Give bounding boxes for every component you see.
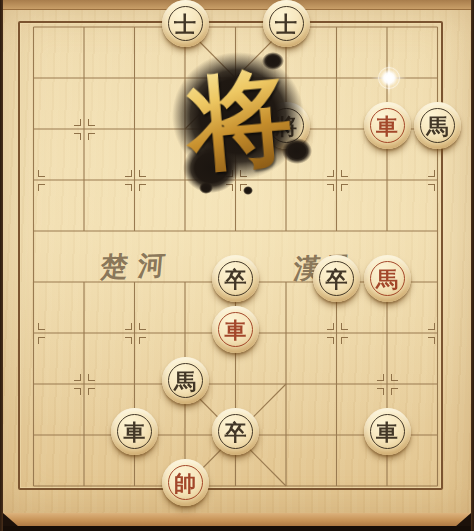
piece-engraved-ring: 帥 [168, 465, 203, 500]
star-point-marker [327, 184, 334, 191]
star-point-marker [391, 388, 398, 395]
piece-engraved-ring: 士 [168, 6, 203, 41]
piece-character: 士 [275, 13, 297, 35]
piece-character: 馬 [174, 370, 196, 392]
star-point-marker [38, 184, 45, 191]
star-point-marker [139, 170, 146, 177]
star-point-marker [428, 184, 435, 191]
xiangqi-app-screen: 楚河 漢界 士士將車馬卒卒馬車馬車卒車帥 将 [0, 0, 474, 531]
star-point-marker [88, 374, 95, 381]
star-point-marker [38, 323, 45, 330]
piece-engraved-ring: 士 [269, 6, 304, 41]
star-point-marker [88, 119, 95, 126]
piece-character: 車 [225, 319, 247, 341]
star-point-marker [139, 323, 146, 330]
star-point-marker [125, 170, 132, 177]
piece-black-soldier[interactable]: 卒 [212, 255, 259, 302]
star-point-marker [377, 388, 384, 395]
piece-engraved-ring: 車 [370, 414, 405, 449]
star-point-marker [38, 337, 45, 344]
star-point-marker [74, 133, 81, 140]
piece-character: 卒 [326, 268, 348, 290]
star-point-marker [428, 323, 435, 330]
star-point-marker [341, 323, 348, 330]
piece-character: 馬 [427, 115, 449, 137]
star-point-marker [341, 170, 348, 177]
piece-red-chariot[interactable]: 車 [364, 102, 411, 149]
star-point-marker [125, 337, 132, 344]
piece-engraved-ring: 車 [218, 312, 253, 347]
star-point-marker [74, 374, 81, 381]
star-point-marker [139, 337, 146, 344]
star-point-marker [125, 184, 132, 191]
piece-black-general[interactable]: 將 [263, 102, 310, 149]
piece-black-soldier[interactable]: 卒 [212, 408, 259, 455]
piece-engraved-ring: 馬 [420, 108, 455, 143]
river-label-chu-he: 楚河 [99, 247, 176, 286]
piece-character: 馬 [376, 268, 398, 290]
star-point-marker [327, 323, 334, 330]
star-point-marker [74, 119, 81, 126]
star-point-marker [327, 170, 334, 177]
piece-black-horse[interactable]: 馬 [414, 102, 461, 149]
star-point-marker [341, 184, 348, 191]
piece-character: 車 [376, 421, 398, 443]
star-point-marker [327, 337, 334, 344]
star-point-marker [38, 170, 45, 177]
star-point-marker [88, 133, 95, 140]
star-point-marker [74, 388, 81, 395]
piece-character: 卒 [225, 421, 247, 443]
piece-character: 將 [275, 115, 297, 137]
star-point-marker [125, 323, 132, 330]
piece-engraved-ring: 卒 [218, 261, 253, 296]
piece-character: 卒 [225, 268, 247, 290]
piece-engraved-ring: 馬 [168, 363, 203, 398]
star-point-marker [377, 374, 384, 381]
star-point-marker [428, 170, 435, 177]
star-point-marker [240, 184, 247, 191]
move-sparkle-effect [375, 64, 403, 92]
piece-character: 車 [124, 421, 146, 443]
piece-character: 帥 [174, 472, 196, 494]
piece-engraved-ring: 卒 [218, 414, 253, 449]
piece-black-chariot[interactable]: 車 [364, 408, 411, 455]
star-point-marker [139, 184, 146, 191]
piece-black-horse[interactable]: 馬 [162, 357, 209, 404]
piece-engraved-ring: 車 [370, 108, 405, 143]
piece-black-advisor[interactable]: 士 [162, 0, 209, 47]
piece-red-horse[interactable]: 馬 [364, 255, 411, 302]
sparkle-core [375, 64, 403, 92]
piece-red-chariot[interactable]: 車 [212, 306, 259, 353]
star-point-marker [226, 184, 233, 191]
star-point-marker [226, 170, 233, 177]
star-point-marker [391, 374, 398, 381]
piece-character: 士 [174, 13, 196, 35]
piece-black-advisor[interactable]: 士 [263, 0, 310, 47]
piece-black-soldier[interactable]: 卒 [313, 255, 360, 302]
star-point-marker [240, 170, 247, 177]
star-point-marker [88, 388, 95, 395]
piece-engraved-ring: 卒 [319, 261, 354, 296]
star-point-marker [428, 337, 435, 344]
piece-red-general[interactable]: 帥 [162, 459, 209, 506]
piece-character: 車 [376, 115, 398, 137]
piece-black-chariot[interactable]: 車 [111, 408, 158, 455]
piece-engraved-ring: 車 [117, 414, 152, 449]
star-point-marker [341, 337, 348, 344]
piece-engraved-ring: 馬 [370, 261, 405, 296]
piece-engraved-ring: 將 [269, 108, 304, 143]
